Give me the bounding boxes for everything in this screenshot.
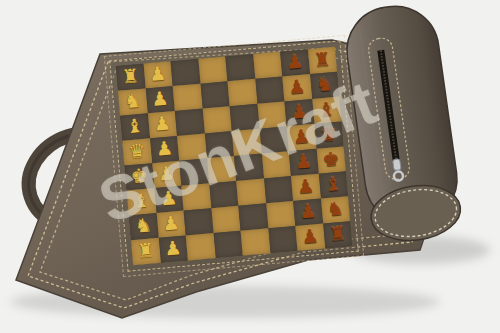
square-r5c7[interactable]: ♟ [289,149,319,176]
square-r3c4[interactable] [202,106,232,133]
square-r8c6[interactable] [268,226,298,253]
square-r2c4[interactable] [200,81,230,108]
square-r6c5[interactable] [236,179,266,206]
piece-white-knight[interactable]: ♞ [123,91,142,111]
square-r7c7[interactable]: ♟ [293,199,323,226]
square-r4c4[interactable] [204,131,234,158]
piece-white-rook[interactable]: ♜ [121,66,140,86]
square-r1c6[interactable] [253,52,283,79]
square-r7c2[interactable]: ♟ [156,211,186,238]
square-r8c3[interactable] [186,233,216,260]
piece-black-queen[interactable]: ♛ [319,124,338,144]
square-r1c4[interactable] [198,56,228,83]
piece-black-knight[interactable]: ♞ [326,199,345,219]
square-r6c2[interactable]: ♟ [154,186,184,213]
square-r4c6[interactable] [259,126,289,153]
square-r5c6[interactable] [261,151,291,178]
square-r2c7[interactable]: ♟ [282,74,312,101]
piece-white-pawn[interactable]: ♟ [159,188,178,208]
square-r6c3[interactable] [181,183,211,210]
square-r2c5[interactable] [227,79,257,106]
piece-white-pawn[interactable]: ♟ [164,238,183,258]
chess-roll-up-set-photo: ♜♟♟♜♞♟♟♞♝♟♟♝♛♟♟♛♚♟♟♚♝♟♟♝♞♟♟♞♜♟♟♜ StonKra… [0,0,500,333]
square-r7c8[interactable]: ♞ [321,196,351,223]
square-r6c6[interactable] [264,176,294,203]
piece-white-pawn[interactable]: ♟ [153,113,172,133]
square-r5c2[interactable]: ♟ [152,161,182,188]
piece-white-bishop[interactable]: ♝ [125,116,144,136]
square-r1c8[interactable]: ♜ [307,47,337,74]
square-r7c4[interactable] [211,206,241,233]
piece-black-bishop[interactable]: ♝ [317,99,336,119]
square-r2c1[interactable]: ♞ [118,88,148,115]
square-r2c6[interactable] [255,76,285,103]
square-r2c8[interactable]: ♞ [310,72,340,99]
square-r7c6[interactable] [266,201,296,228]
piece-black-pawn[interactable]: ♟ [299,201,318,221]
piece-black-pawn[interactable]: ♟ [290,101,309,121]
piece-black-rook[interactable]: ♜ [328,224,347,244]
square-r8c5[interactable] [241,228,271,255]
square-r5c8[interactable]: ♚ [316,146,346,173]
piece-white-pawn[interactable]: ♟ [148,64,167,84]
square-r4c7[interactable]: ♟ [287,124,317,151]
square-r4c8[interactable]: ♛ [314,122,344,149]
square-r5c3[interactable] [179,158,209,185]
square-r3c3[interactable] [175,109,205,136]
square-r4c2[interactable]: ♟ [150,136,180,163]
zipper-slider[interactable] [393,159,401,171]
piece-black-king[interactable]: ♚ [322,149,341,169]
piece-white-pawn[interactable]: ♟ [155,138,174,158]
square-r8c1[interactable]: ♜ [131,238,161,265]
square-r1c3[interactable] [170,59,200,86]
piece-black-pawn[interactable]: ♟ [292,126,311,146]
square-r6c1[interactable]: ♝ [127,188,157,215]
square-r3c5[interactable] [230,104,260,131]
square-r2c3[interactable] [173,84,203,111]
square-r8c8[interactable]: ♜ [323,221,353,248]
piece-black-pawn[interactable]: ♟ [288,77,307,97]
piece-black-knight[interactable]: ♞ [315,74,334,94]
square-r6c4[interactable] [209,181,239,208]
piece-black-pawn[interactable]: ♟ [294,151,313,171]
square-r4c1[interactable]: ♛ [122,138,152,165]
piece-black-pawn[interactable]: ♟ [285,52,304,72]
piece-black-rook[interactable]: ♜ [313,49,332,69]
square-r8c7[interactable]: ♟ [295,224,325,251]
square-r5c5[interactable] [234,154,264,181]
square-r6c8[interactable]: ♝ [318,171,348,198]
square-r3c8[interactable]: ♝ [312,97,342,124]
square-r3c1[interactable]: ♝ [120,113,150,140]
piece-white-rook[interactable]: ♜ [136,240,155,260]
square-r3c6[interactable] [257,101,287,128]
square-r2c2[interactable]: ♟ [145,86,175,113]
piece-black-pawn[interactable]: ♟ [296,176,315,196]
square-r4c3[interactable] [177,133,207,160]
piece-black-pawn[interactable]: ♟ [301,226,320,246]
piece-white-pawn[interactable]: ♟ [157,163,176,183]
square-r7c1[interactable]: ♞ [129,213,159,240]
square-r8c4[interactable] [213,231,243,258]
square-r1c2[interactable]: ♟ [143,61,173,88]
square-r1c1[interactable]: ♜ [116,64,146,91]
piece-white-pawn[interactable]: ♟ [151,89,170,109]
piece-white-bishop[interactable]: ♝ [132,191,151,211]
piece-white-pawn[interactable]: ♟ [162,213,181,233]
board-frame: ♜♟♟♜♞♟♟♞♝♟♟♝♛♟♟♛♚♟♟♚♝♟♟♝♞♟♟♞♜♟♟♜ [109,40,359,271]
square-r1c5[interactable] [225,54,255,81]
square-r3c7[interactable]: ♟ [284,99,314,126]
piece-white-queen[interactable]: ♛ [128,141,147,161]
square-r3c2[interactable]: ♟ [147,111,177,138]
square-r1c7[interactable]: ♟ [280,49,310,76]
square-r5c4[interactable] [207,156,237,183]
piece-white-king[interactable]: ♚ [130,166,149,186]
square-r6c7[interactable]: ♟ [291,174,321,201]
square-r7c3[interactable] [184,208,214,235]
square-r8c2[interactable]: ♟ [158,236,188,263]
piece-black-bishop[interactable]: ♝ [324,174,343,194]
square-r5c1[interactable]: ♚ [124,163,154,190]
square-r4c5[interactable] [232,129,262,156]
chess-board: ♜♟♟♜♞♟♟♞♝♟♟♝♛♟♟♛♚♟♟♚♝♟♟♝♞♟♟♞♜♟♟♜ [116,47,353,265]
square-r7c5[interactable] [238,203,268,230]
piece-white-knight[interactable]: ♞ [134,215,153,235]
